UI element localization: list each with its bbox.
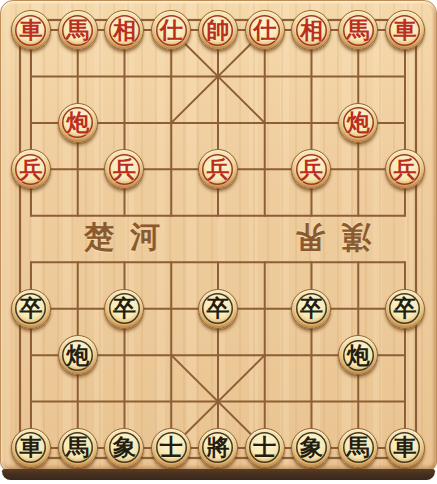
point-e2[interactable]: [195, 378, 242, 424]
piece-glyph: 車: [393, 436, 416, 459]
point-b8[interactable]: 炮: [54, 100, 101, 146]
point-a9[interactable]: [8, 53, 55, 99]
point-e6[interactable]: [195, 193, 242, 239]
point-g8[interactable]: [288, 100, 335, 146]
piece-black-elephant[interactable]: 象: [291, 428, 331, 468]
piece-glyph: 兵: [19, 158, 42, 181]
piece-black-horse[interactable]: 馬: [58, 428, 98, 468]
piece-black-advisor[interactable]: 士: [151, 428, 191, 468]
point-c2[interactable]: [101, 378, 148, 424]
piece-black-general[interactable]: 將: [198, 428, 238, 468]
point-g9[interactable]: [288, 53, 335, 99]
piece-glyph: 卒: [113, 297, 136, 320]
piece-glyph: 士: [160, 436, 183, 459]
point-c4[interactable]: 卒: [101, 285, 148, 331]
piece-glyph: 炮: [66, 344, 89, 367]
piece-red-soldier[interactable]: 兵: [291, 149, 331, 189]
piece-glyph: 車: [19, 19, 42, 42]
piece-red-elephant[interactable]: 相: [291, 10, 331, 50]
point-d1[interactable]: 士: [148, 425, 195, 471]
piece-glyph: 仕: [253, 19, 276, 42]
piece-glyph: 卒: [393, 297, 416, 320]
piece-glyph: 車: [19, 436, 42, 459]
point-g5[interactable]: [288, 239, 335, 285]
piece-black-cannon[interactable]: 炮: [58, 335, 98, 375]
piece-glyph: 兵: [113, 158, 136, 181]
point-d6[interactable]: [148, 193, 195, 239]
point-c7[interactable]: 兵: [101, 146, 148, 192]
piece-red-soldier[interactable]: 兵: [11, 149, 51, 189]
point-f2[interactable]: [241, 378, 288, 424]
piece-glyph: 象: [113, 436, 136, 459]
piece-glyph: 炮: [347, 111, 370, 134]
point-a10[interactable]: 車: [8, 7, 55, 53]
piece-glyph: 車: [393, 19, 416, 42]
point-e9[interactable]: [195, 53, 242, 99]
point-h3[interactable]: 炮: [335, 332, 382, 378]
point-h8[interactable]: 炮: [335, 100, 382, 146]
point-c5[interactable]: [101, 239, 148, 285]
point-e4[interactable]: 卒: [195, 285, 242, 331]
piece-glyph: 馬: [347, 19, 370, 42]
point-c6[interactable]: [101, 193, 148, 239]
point-e5[interactable]: [195, 239, 242, 285]
xiangqi-app: 楚河 漢界 車馬相仕帥仕相馬車炮炮兵兵兵兵兵卒卒卒卒卒炮炮車馬象士將士象馬車: [0, 0, 437, 484]
point-e10[interactable]: 帥: [195, 7, 242, 53]
point-f1[interactable]: 士: [241, 425, 288, 471]
piece-black-soldier[interactable]: 卒: [385, 289, 425, 329]
point-f3[interactable]: [241, 332, 288, 378]
point-c3[interactable]: [101, 332, 148, 378]
point-g3[interactable]: [288, 332, 335, 378]
piece-glyph: 相: [113, 19, 136, 42]
piece-black-advisor[interactable]: 士: [245, 428, 285, 468]
point-i1[interactable]: 車: [382, 425, 429, 471]
piece-glyph: 卒: [300, 297, 323, 320]
point-g7[interactable]: 兵: [288, 146, 335, 192]
point-i9[interactable]: [382, 53, 429, 99]
piece-glyph: 馬: [66, 19, 89, 42]
point-a4[interactable]: 卒: [8, 285, 55, 331]
piece-red-elephant[interactable]: 相: [104, 10, 144, 50]
point-h4[interactable]: [335, 285, 382, 331]
point-d7[interactable]: [148, 146, 195, 192]
piece-red-horse[interactable]: 馬: [338, 10, 378, 50]
piece-black-elephant[interactable]: 象: [104, 428, 144, 468]
point-a8[interactable]: [8, 100, 55, 146]
point-h9[interactable]: [335, 53, 382, 99]
point-a5[interactable]: [8, 239, 55, 285]
point-g10[interactable]: 相: [288, 7, 335, 53]
piece-black-chariot[interactable]: 車: [385, 428, 425, 468]
point-f5[interactable]: [241, 239, 288, 285]
piece-glyph: 炮: [66, 111, 89, 134]
piece-red-advisor[interactable]: 仕: [151, 10, 191, 50]
piece-glyph: 馬: [66, 436, 89, 459]
board-grid: 車馬相仕帥仕相馬車炮炮兵兵兵兵兵卒卒卒卒卒炮炮車馬象士將士象馬車: [8, 7, 429, 471]
point-f7[interactable]: [241, 146, 288, 192]
point-a7[interactable]: 兵: [8, 146, 55, 192]
point-d10[interactable]: 仕: [148, 7, 195, 53]
point-b9[interactable]: [54, 53, 101, 99]
piece-glyph: 帥: [206, 19, 229, 42]
point-i5[interactable]: [382, 239, 429, 285]
point-e1[interactable]: 將: [195, 425, 242, 471]
piece-red-cannon[interactable]: 炮: [58, 103, 98, 143]
point-g1[interactable]: 象: [288, 425, 335, 471]
point-h6[interactable]: [335, 193, 382, 239]
point-b10[interactable]: 馬: [54, 7, 101, 53]
point-h10[interactable]: 馬: [335, 7, 382, 53]
piece-black-horse[interactable]: 馬: [338, 428, 378, 468]
piece-black-soldier[interactable]: 卒: [11, 289, 51, 329]
piece-black-chariot[interactable]: 車: [11, 428, 51, 468]
piece-glyph: 相: [300, 19, 323, 42]
point-b6[interactable]: [54, 193, 101, 239]
point-e3[interactable]: [195, 332, 242, 378]
piece-glyph: 兵: [300, 158, 323, 181]
point-g4[interactable]: 卒: [288, 285, 335, 331]
point-d2[interactable]: [148, 378, 195, 424]
point-b3[interactable]: 炮: [54, 332, 101, 378]
piece-red-advisor[interactable]: 仕: [245, 10, 285, 50]
piece-glyph: 士: [253, 436, 276, 459]
point-d3[interactable]: [148, 332, 195, 378]
point-f10[interactable]: 仕: [241, 7, 288, 53]
piece-glyph: 卒: [206, 297, 229, 320]
point-i3[interactable]: [382, 332, 429, 378]
point-a2[interactable]: [8, 378, 55, 424]
point-i6[interactable]: [382, 193, 429, 239]
point-c10[interactable]: 相: [101, 7, 148, 53]
piece-glyph: 象: [300, 436, 323, 459]
point-i4[interactable]: 卒: [382, 285, 429, 331]
point-a3[interactable]: [8, 332, 55, 378]
point-f9[interactable]: [241, 53, 288, 99]
piece-black-cannon[interactable]: 炮: [338, 335, 378, 375]
piece-glyph: 仕: [160, 19, 183, 42]
point-d9[interactable]: [148, 53, 195, 99]
piece-red-soldier[interactable]: 兵: [385, 149, 425, 189]
point-i7[interactable]: 兵: [382, 146, 429, 192]
piece-glyph: 卒: [19, 297, 42, 320]
point-i8[interactable]: [382, 100, 429, 146]
point-c8[interactable]: [101, 100, 148, 146]
point-e8[interactable]: [195, 100, 242, 146]
point-f6[interactable]: [241, 193, 288, 239]
piece-glyph: 炮: [347, 344, 370, 367]
piece-black-soldier[interactable]: 卒: [198, 289, 238, 329]
point-g2[interactable]: [288, 378, 335, 424]
point-h5[interactable]: [335, 239, 382, 285]
point-d4[interactable]: [148, 285, 195, 331]
piece-glyph: 兵: [393, 158, 416, 181]
piece-black-soldier[interactable]: 卒: [104, 289, 144, 329]
piece-black-soldier[interactable]: 卒: [291, 289, 331, 329]
point-h7[interactable]: [335, 146, 382, 192]
piece-red-soldier[interactable]: 兵: [198, 149, 238, 189]
piece-red-soldier[interactable]: 兵: [104, 149, 144, 189]
point-b7[interactable]: [54, 146, 101, 192]
point-e7[interactable]: 兵: [195, 146, 242, 192]
piece-glyph: 將: [206, 436, 229, 459]
point-c1[interactable]: 象: [101, 425, 148, 471]
point-g6[interactable]: [288, 193, 335, 239]
piece-glyph: 馬: [347, 436, 370, 459]
piece-red-horse[interactable]: 馬: [58, 10, 98, 50]
point-b4[interactable]: [54, 285, 101, 331]
piece-red-general[interactable]: 帥: [198, 10, 238, 50]
point-a1[interactable]: 車: [8, 425, 55, 471]
point-b2[interactable]: [54, 378, 101, 424]
point-d5[interactable]: [148, 239, 195, 285]
point-c9[interactable]: [101, 53, 148, 99]
piece-red-chariot[interactable]: 車: [385, 10, 425, 50]
point-b5[interactable]: [54, 239, 101, 285]
point-a6[interactable]: [8, 193, 55, 239]
point-i10[interactable]: 車: [382, 7, 429, 53]
point-b1[interactable]: 馬: [54, 425, 101, 471]
point-f8[interactable]: [241, 100, 288, 146]
point-f4[interactable]: [241, 285, 288, 331]
point-h1[interactable]: 馬: [335, 425, 382, 471]
point-d8[interactable]: [148, 100, 195, 146]
piece-glyph: 兵: [206, 158, 229, 181]
piece-red-cannon[interactable]: 炮: [338, 103, 378, 143]
point-i2[interactable]: [382, 378, 429, 424]
piece-red-chariot[interactable]: 車: [11, 10, 51, 50]
point-h2[interactable]: [335, 378, 382, 424]
